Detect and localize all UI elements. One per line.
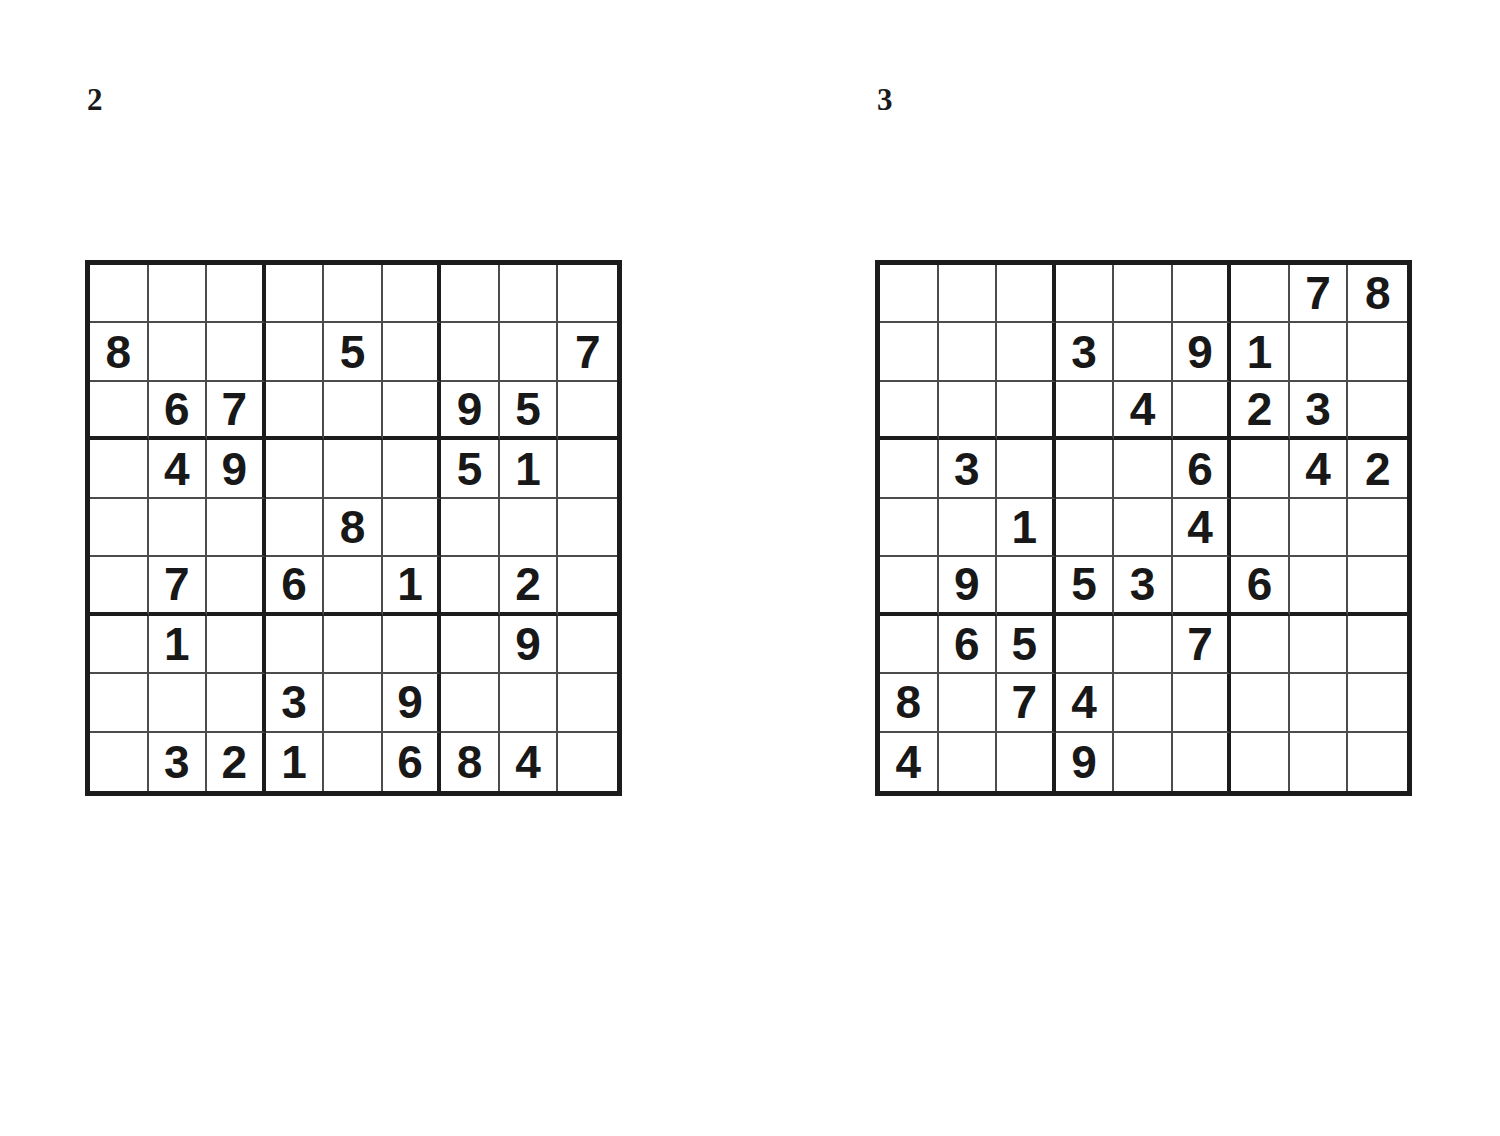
puzzle-2-cell-r8c3[interactable] — [207, 674, 266, 732]
puzzle-2-cell-r3c7[interactable]: 9 — [441, 382, 500, 440]
puzzle-2-cell-r9c1[interactable] — [90, 733, 149, 791]
puzzle-2-cell-r7c9[interactable] — [558, 616, 617, 674]
puzzle-2-cell-r8c5[interactable] — [324, 674, 383, 732]
puzzle-3-cell-r5c6[interactable]: 4 — [1173, 499, 1232, 557]
puzzle-2-cell-r4c6[interactable] — [383, 440, 442, 498]
puzzle-3-cell-r9c2[interactable] — [939, 733, 998, 791]
puzzle-2-cell-r1c1[interactable] — [90, 265, 149, 323]
puzzle-3-cell-r6c1[interactable] — [880, 557, 939, 615]
puzzle-2-cell-r9c9[interactable] — [558, 733, 617, 791]
puzzle-3-cell-r1c2[interactable] — [939, 265, 998, 323]
puzzle-3-cell-r5c5[interactable] — [1114, 499, 1173, 557]
puzzle-2-cell-r2c4[interactable] — [266, 323, 325, 381]
puzzle-3-cell-r4c5[interactable] — [1114, 440, 1173, 498]
puzzle-2-cell-r9c5[interactable] — [324, 733, 383, 791]
puzzle-2-cell-r3c1[interactable] — [90, 382, 149, 440]
puzzle-3-cell-r2c8[interactable] — [1290, 323, 1349, 381]
puzzle-2-cell-r1c9[interactable] — [558, 265, 617, 323]
puzzle-2-cell-r2c2[interactable] — [149, 323, 208, 381]
puzzle-2-cell-r4c2[interactable]: 4 — [149, 440, 208, 498]
puzzle-3-cell-r9c1[interactable]: 4 — [880, 733, 939, 791]
puzzle-3-cell-r8c8[interactable] — [1290, 674, 1349, 732]
puzzle-3-cell-r3c8[interactable]: 3 — [1290, 382, 1349, 440]
puzzle-2-cell-r9c3[interactable]: 2 — [207, 733, 266, 791]
puzzle-2-cell-r8c9[interactable] — [558, 674, 617, 732]
puzzle-2-cell-r1c6[interactable] — [383, 265, 442, 323]
puzzle-2-cell-r7c6[interactable] — [383, 616, 442, 674]
puzzle-3-cell-r5c7[interactable] — [1231, 499, 1290, 557]
puzzle-2-cell-r6c8[interactable]: 2 — [500, 557, 559, 615]
puzzle-3-cell-r6c3[interactable] — [997, 557, 1056, 615]
puzzle-3-cell-r9c9[interactable] — [1348, 733, 1407, 791]
puzzle-3-cell-r1c4[interactable] — [1056, 265, 1115, 323]
puzzle-3-cell-r6c5[interactable]: 3 — [1114, 557, 1173, 615]
puzzle-2-cell-r5c3[interactable] — [207, 499, 266, 557]
puzzle-3-cell-r6c9[interactable] — [1348, 557, 1407, 615]
puzzle-3-cell-r4c6[interactable]: 6 — [1173, 440, 1232, 498]
puzzle-2-cell-r3c9[interactable] — [558, 382, 617, 440]
puzzle-3-cell-r8c9[interactable] — [1348, 674, 1407, 732]
puzzle-2-cell-r7c7[interactable] — [441, 616, 500, 674]
puzzle-3-cell-r6c7[interactable]: 6 — [1231, 557, 1290, 615]
puzzle-3-cell-r1c5[interactable] — [1114, 265, 1173, 323]
puzzle-3-cell-r1c6[interactable] — [1173, 265, 1232, 323]
page: 2 3 85767954951876121939321684 783914233… — [0, 0, 1500, 1136]
puzzle-2-cell-r5c8[interactable] — [500, 499, 559, 557]
puzzle-3-cell-r8c7[interactable] — [1231, 674, 1290, 732]
puzzle-2-cell-r7c5[interactable] — [324, 616, 383, 674]
puzzle-2-cell-r6c2[interactable]: 7 — [149, 557, 208, 615]
puzzle-2-cell-r7c2[interactable]: 1 — [149, 616, 208, 674]
puzzle-2-cell-r5c2[interactable] — [149, 499, 208, 557]
puzzle-3-cell-r6c2[interactable]: 9 — [939, 557, 998, 615]
puzzle-2-cell-r6c1[interactable] — [90, 557, 149, 615]
puzzle-3-cell-r7c3[interactable]: 5 — [997, 616, 1056, 674]
puzzle-3-cell-r3c6[interactable] — [1173, 382, 1232, 440]
puzzle-2-cell-r2c6[interactable] — [383, 323, 442, 381]
puzzle-2-cell-r6c3[interactable] — [207, 557, 266, 615]
puzzle-2-cell-r7c1[interactable] — [90, 616, 149, 674]
puzzle-2-cell-r9c7[interactable]: 8 — [441, 733, 500, 791]
puzzle-3-cell-r9c7[interactable] — [1231, 733, 1290, 791]
puzzle-3-cell-r7c4[interactable] — [1056, 616, 1115, 674]
puzzle-3-cell-r2c6[interactable]: 9 — [1173, 323, 1232, 381]
puzzle-3-cell-r3c3[interactable] — [997, 382, 1056, 440]
puzzle-3-cell-r4c8[interactable]: 4 — [1290, 440, 1349, 498]
puzzle-2-cell-r6c7[interactable] — [441, 557, 500, 615]
puzzle-2-cell-r2c8[interactable] — [500, 323, 559, 381]
puzzle-3-cell-r5c8[interactable] — [1290, 499, 1349, 557]
puzzle-3-cell-r2c5[interactable] — [1114, 323, 1173, 381]
puzzle-2-cell-r5c4[interactable] — [266, 499, 325, 557]
puzzle-3-cell-r4c2[interactable]: 3 — [939, 440, 998, 498]
puzzle-3-cell-r9c3[interactable] — [997, 733, 1056, 791]
sudoku-board-puzzle-3: 78391423364214953665787449 — [875, 260, 1412, 796]
puzzle-3-cell-r5c4[interactable] — [1056, 499, 1115, 557]
puzzle-2-cell-r9c4[interactable]: 1 — [266, 733, 325, 791]
puzzle-2-cell-r6c4[interactable]: 6 — [266, 557, 325, 615]
puzzle-2-cell-r8c7[interactable] — [441, 674, 500, 732]
puzzle-2-cell-r1c7[interactable] — [441, 265, 500, 323]
puzzle-2-cell-r5c6[interactable] — [383, 499, 442, 557]
puzzle-3-cell-r2c3[interactable] — [997, 323, 1056, 381]
puzzle-2-cell-r3c4[interactable] — [266, 382, 325, 440]
puzzle-3-cell-r7c9[interactable] — [1348, 616, 1407, 674]
puzzle-3-cell-r9c8[interactable] — [1290, 733, 1349, 791]
puzzle-2-cell-r3c8[interactable]: 5 — [500, 382, 559, 440]
puzzle-2-cell-r2c9[interactable]: 7 — [558, 323, 617, 381]
puzzle-3-cell-r4c7[interactable] — [1231, 440, 1290, 498]
puzzle-2-cell-r3c2[interactable]: 6 — [149, 382, 208, 440]
puzzle-3-cell-r3c5[interactable]: 4 — [1114, 382, 1173, 440]
puzzle-2-cell-r4c1[interactable] — [90, 440, 149, 498]
puzzle-3-cell-r7c7[interactable] — [1231, 616, 1290, 674]
puzzle-2-cell-r3c5[interactable] — [324, 382, 383, 440]
puzzle-3-cell-r3c7[interactable]: 2 — [1231, 382, 1290, 440]
puzzle-3-cell-r2c2[interactable] — [939, 323, 998, 381]
puzzle-2-cell-r4c4[interactable] — [266, 440, 325, 498]
puzzle-2-cell-r1c3[interactable] — [207, 265, 266, 323]
puzzle-3-cell-r4c3[interactable] — [997, 440, 1056, 498]
puzzle-2-cell-r2c7[interactable] — [441, 323, 500, 381]
puzzle-2-cell-r4c3[interactable]: 9 — [207, 440, 266, 498]
puzzle-2-cell-r6c5[interactable] — [324, 557, 383, 615]
puzzle-3-cell-r8c1[interactable]: 8 — [880, 674, 939, 732]
puzzle-2-cell-r8c2[interactable] — [149, 674, 208, 732]
puzzle-2-cell-r1c8[interactable] — [500, 265, 559, 323]
puzzle-2-cell-r6c6[interactable]: 1 — [383, 557, 442, 615]
puzzle-3-cell-r5c1[interactable] — [880, 499, 939, 557]
puzzle-2-cell-r9c8[interactable]: 4 — [500, 733, 559, 791]
puzzle-number-right: 3 — [877, 84, 893, 115]
puzzle-2-cell-r7c4[interactable] — [266, 616, 325, 674]
puzzle-3-cell-r7c2[interactable]: 6 — [939, 616, 998, 674]
puzzle-2-cell-r3c3[interactable]: 7 — [207, 382, 266, 440]
puzzle-2-cell-r1c2[interactable] — [149, 265, 208, 323]
puzzle-3-cell-r1c3[interactable] — [997, 265, 1056, 323]
puzzle-2-cell-r5c7[interactable] — [441, 499, 500, 557]
puzzle-3-cell-r5c2[interactable] — [939, 499, 998, 557]
puzzle-3-cell-r3c2[interactable] — [939, 382, 998, 440]
puzzle-2-cell-r8c8[interactable] — [500, 674, 559, 732]
puzzle-2-cell-r4c7[interactable]: 5 — [441, 440, 500, 498]
puzzle-3-cell-r9c4[interactable]: 9 — [1056, 733, 1115, 791]
puzzle-3-cell-r2c4[interactable]: 3 — [1056, 323, 1115, 381]
puzzle-3-cell-r8c6[interactable] — [1173, 674, 1232, 732]
puzzle-3-cell-r4c1[interactable] — [880, 440, 939, 498]
puzzle-3-cell-r8c4[interactable]: 4 — [1056, 674, 1115, 732]
puzzle-3-cell-r7c6[interactable]: 7 — [1173, 616, 1232, 674]
puzzle-3-cell-r8c3[interactable]: 7 — [997, 674, 1056, 732]
puzzle-2-cell-r2c3[interactable] — [207, 323, 266, 381]
puzzle-2-cell-r2c1[interactable]: 8 — [90, 323, 149, 381]
puzzle-2-cell-r5c1[interactable] — [90, 499, 149, 557]
puzzle-3-cell-r8c5[interactable] — [1114, 674, 1173, 732]
puzzle-3-cell-r5c9[interactable] — [1348, 499, 1407, 557]
puzzle-3-cell-r7c1[interactable] — [880, 616, 939, 674]
puzzle-2-cell-r9c6[interactable]: 6 — [383, 733, 442, 791]
puzzle-2-cell-r5c9[interactable] — [558, 499, 617, 557]
puzzle-2-cell-r5c5[interactable]: 8 — [324, 499, 383, 557]
puzzle-2-cell-r1c4[interactable] — [266, 265, 325, 323]
puzzle-3-cell-r7c8[interactable] — [1290, 616, 1349, 674]
puzzle-3-cell-r6c4[interactable]: 5 — [1056, 557, 1115, 615]
puzzle-3-cell-r2c1[interactable] — [880, 323, 939, 381]
puzzle-number-left: 2 — [87, 84, 103, 115]
puzzle-3-cell-r7c5[interactable] — [1114, 616, 1173, 674]
puzzle-2-cell-r8c1[interactable] — [90, 674, 149, 732]
puzzle-2-cell-r7c8[interactable]: 9 — [500, 616, 559, 674]
puzzle-3-cell-r4c4[interactable] — [1056, 440, 1115, 498]
puzzle-2-cell-r3c6[interactable] — [383, 382, 442, 440]
puzzle-3-cell-r9c5[interactable] — [1114, 733, 1173, 791]
puzzle-3-cell-r2c9[interactable] — [1348, 323, 1407, 381]
puzzle-2-cell-r4c5[interactable] — [324, 440, 383, 498]
puzzle-2-cell-r9c2[interactable]: 3 — [149, 733, 208, 791]
puzzle-3-cell-r6c8[interactable] — [1290, 557, 1349, 615]
puzzle-3-cell-r1c7[interactable] — [1231, 265, 1290, 323]
puzzle-3-cell-r3c9[interactable] — [1348, 382, 1407, 440]
puzzle-2-cell-r8c6[interactable]: 9 — [383, 674, 442, 732]
puzzle-3-cell-r9c6[interactable] — [1173, 733, 1232, 791]
puzzle-3-cell-r8c2[interactable] — [939, 674, 998, 732]
sudoku-board-puzzle-2: 85767954951876121939321684 — [85, 260, 622, 796]
puzzle-3-cell-r1c8[interactable]: 7 — [1290, 265, 1349, 323]
puzzle-2-cell-r4c8[interactable]: 1 — [500, 440, 559, 498]
puzzle-2-cell-r6c9[interactable] — [558, 557, 617, 615]
puzzle-3-cell-r4c9[interactable]: 2 — [1348, 440, 1407, 498]
puzzle-2-cell-r8c4[interactable]: 3 — [266, 674, 325, 732]
puzzle-3-cell-r2c7[interactable]: 1 — [1231, 323, 1290, 381]
puzzle-3-cell-r6c6[interactable] — [1173, 557, 1232, 615]
puzzle-2-cell-r2c5[interactable]: 5 — [324, 323, 383, 381]
puzzle-3-cell-r1c9[interactable]: 8 — [1348, 265, 1407, 323]
puzzle-2-cell-r7c3[interactable] — [207, 616, 266, 674]
puzzle-3-cell-r5c3[interactable]: 1 — [997, 499, 1056, 557]
puzzle-3-cell-r3c1[interactable] — [880, 382, 939, 440]
puzzle-3-cell-r3c4[interactable] — [1056, 382, 1115, 440]
puzzle-3-cell-r1c1[interactable] — [880, 265, 939, 323]
puzzle-2-cell-r4c9[interactable] — [558, 440, 617, 498]
puzzle-2-cell-r1c5[interactable] — [324, 265, 383, 323]
